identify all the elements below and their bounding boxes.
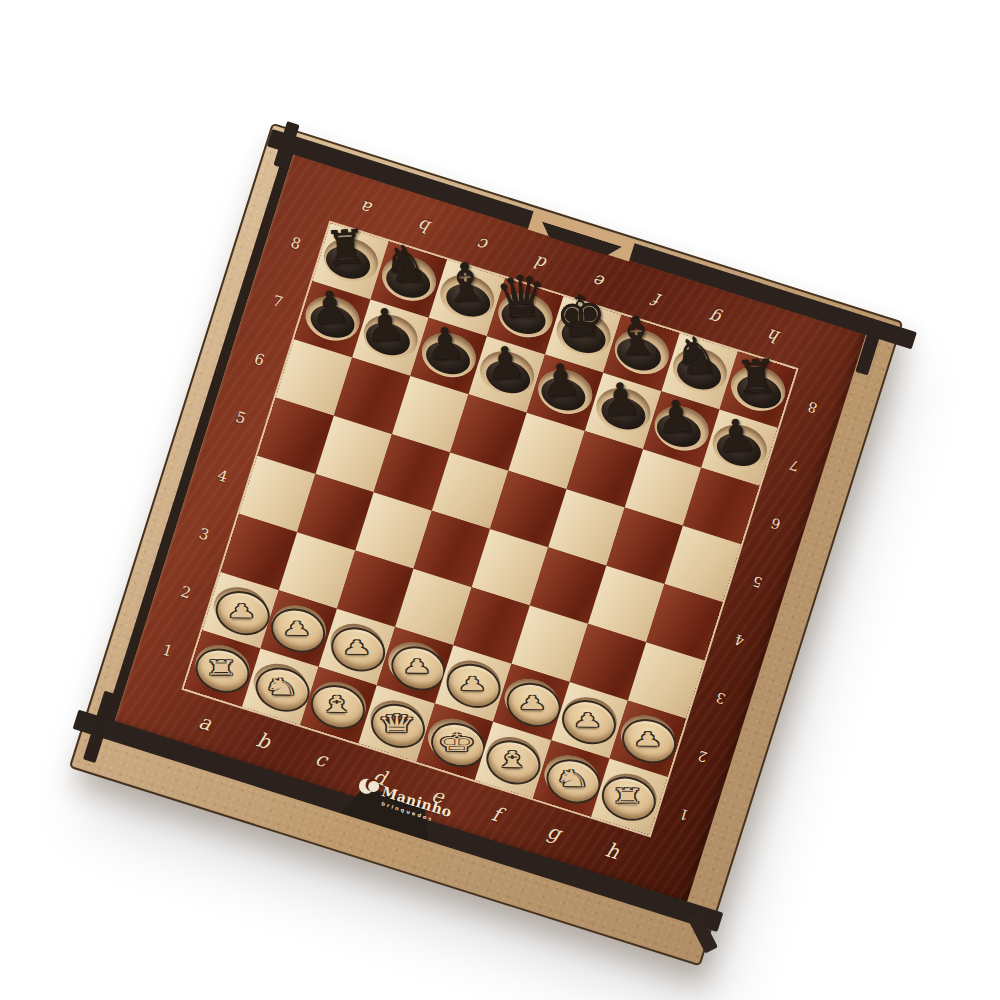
- piece-white-rook-h1[interactable]: ♜: [597, 779, 658, 813]
- piece-black-knight-b8[interactable]: ♞: [374, 237, 438, 292]
- piece-black-bishop-f8[interactable]: ♝: [604, 308, 668, 365]
- piece-black-bishop-c8[interactable]: ♝: [434, 254, 498, 311]
- piece-black-pawn-h7[interactable]: ♟: [704, 412, 768, 460]
- piece-black-pawn-g7[interactable]: ♟: [644, 393, 708, 441]
- piece-black-pawn-f7[interactable]: ♟: [589, 376, 653, 424]
- piece-white-pawn-e2[interactable]: ♟: [442, 666, 503, 700]
- piece-black-pawn-c7[interactable]: ♟: [414, 320, 478, 368]
- piece-white-bishop-c1[interactable]: ♝: [306, 687, 367, 721]
- piece-black-pawn-a7[interactable]: ♟: [298, 284, 362, 332]
- piece-white-pawn-h2[interactable]: ♟: [617, 722, 678, 756]
- piece-black-knight-g8[interactable]: ♞: [664, 329, 728, 384]
- piece-white-pawn-g2[interactable]: ♟: [557, 703, 618, 737]
- piece-white-knight-b1[interactable]: ♞: [251, 670, 312, 704]
- piece-white-pawn-f2[interactable]: ♟: [502, 685, 563, 719]
- piece-white-queen-d1[interactable]: ♛: [366, 706, 427, 740]
- piece-black-pawn-e7[interactable]: ♟: [529, 357, 593, 405]
- piece-white-king-e1[interactable]: ♚: [426, 725, 487, 759]
- piece-black-king-e8[interactable]: ♚: [549, 286, 613, 347]
- piece-white-pawn-d2[interactable]: ♟: [386, 649, 447, 683]
- piece-white-pawn-b2[interactable]: ♟: [266, 611, 327, 645]
- product-photo-scene: aabbccddeeffgghh1122334455667788 ♜♞♝♛♚♝♞…: [0, 0, 1000, 1000]
- piece-black-pawn-d7[interactable]: ♟: [474, 339, 538, 387]
- piece-black-pawn-b7[interactable]: ♟: [353, 301, 417, 349]
- piece-black-queen-d8[interactable]: ♛: [489, 266, 553, 328]
- piece-white-knight-g1[interactable]: ♞: [542, 762, 603, 796]
- piece-white-pawn-c2[interactable]: ♟: [326, 630, 387, 664]
- piece-black-rook-a8[interactable]: ♜: [314, 222, 378, 273]
- piece-black-rook-h8[interactable]: ♜: [725, 352, 789, 403]
- chess-box: aabbccddeeffgghh1122334455667788 ♜♞♝♛♚♝♞…: [114, 153, 867, 906]
- piece-white-pawn-a2[interactable]: ♟: [211, 594, 272, 628]
- brand-logo-mark-icon: [357, 775, 381, 798]
- piece-white-bishop-f1[interactable]: ♝: [481, 743, 542, 777]
- piece-white-rook-a1[interactable]: ♜: [191, 651, 252, 685]
